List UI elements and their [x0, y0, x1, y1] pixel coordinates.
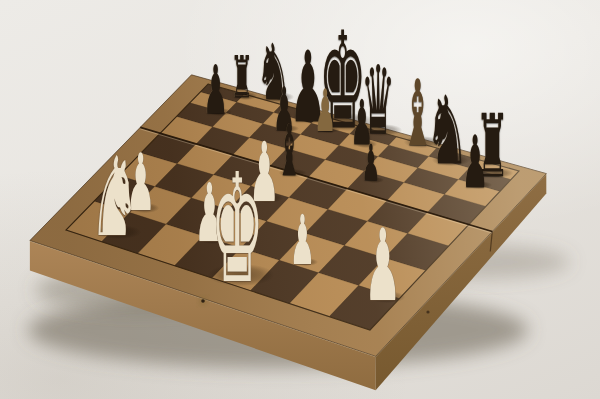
- photo-scene: ♜♞♟♟♚♟♛♟♝♟♞♜♝♟♟♟♟♞♟♟♚♟: [0, 0, 600, 399]
- keyhole-front: [201, 299, 205, 303]
- keyhole-right: [426, 310, 429, 313]
- chess-board: [0, 0, 600, 399]
